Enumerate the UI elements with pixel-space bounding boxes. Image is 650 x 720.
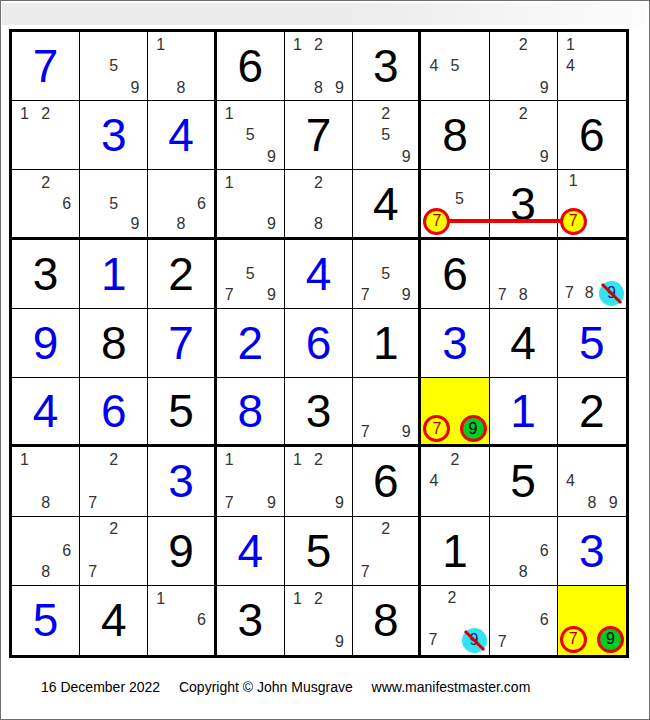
candidate-5[interactable]: 5 — [246, 266, 255, 282]
candidate-9[interactable]: 9 — [267, 216, 276, 232]
candidate-2[interactable]: 2 — [450, 452, 459, 468]
cell-r6c2[interactable]: 6 — [80, 378, 148, 447]
candidate-grid: 27 — [82, 519, 145, 583]
candidate-9[interactable]: 9 — [130, 216, 139, 232]
candidate-1[interactable]: 1 — [225, 106, 234, 122]
cell-r1c3[interactable]: 18 — [148, 32, 216, 101]
cell-r5c8[interactable]: 4 — [490, 309, 558, 378]
candidate-7[interactable]: 7 — [225, 495, 234, 511]
given-digit: 6 — [558, 101, 626, 169]
given-digit: 4 — [80, 586, 147, 655]
solved-digit: 8 — [217, 378, 284, 444]
cell-r4c7[interactable]: 6 — [421, 240, 489, 309]
cell-r5c9[interactable]: 5 — [558, 309, 626, 378]
solved-digit: 1 — [490, 378, 557, 444]
candidate-2[interactable]: 2 — [314, 37, 323, 53]
given-digit: 4 — [490, 309, 557, 377]
cell-r5c5[interactable]: 6 — [285, 309, 353, 378]
cell-r4c2[interactable]: 1 — [80, 240, 148, 309]
cell-r2c8[interactable]: 29 — [490, 101, 558, 170]
candidate-1[interactable]: 1 — [20, 452, 29, 468]
candidate-9[interactable]: 9 — [267, 287, 276, 303]
candidate-8[interactable]: 8 — [519, 287, 528, 303]
cell-r4c9[interactable]: 789 — [558, 240, 626, 309]
candidate-2[interactable]: 2 — [41, 175, 50, 191]
cell-r5c4[interactable]: 2 — [217, 309, 285, 378]
given-digit: 5 — [148, 378, 213, 444]
cell-r2c9[interactable]: 6 — [558, 101, 626, 170]
cell-r5c7[interactable]: 3 — [421, 309, 489, 378]
cell-r1c1[interactable]: 7 — [12, 32, 80, 101]
given-digit: 5 — [490, 447, 557, 515]
cell-r9c3[interactable]: 16 — [148, 586, 216, 655]
cell-r5c6[interactable]: 1 — [353, 309, 421, 378]
cell-r7c2[interactable]: 27 — [80, 447, 148, 516]
solved-digit: 5 — [12, 586, 79, 655]
given-digit: 3 — [285, 378, 352, 444]
sudoku-board: 7591861289345291412341597259829626596819… — [9, 29, 629, 658]
candidate-8[interactable]: 8 — [177, 80, 186, 96]
candidate-8[interactable]: 8 — [177, 216, 186, 232]
candidate-9[interactable]: 9 — [335, 634, 344, 650]
candidate-7[interactable]: 7 — [565, 285, 574, 301]
candidate-8[interactable]: 8 — [41, 495, 50, 511]
candidate-9[interactable]: 9 — [540, 149, 549, 165]
cell-r7c3[interactable]: 3 — [148, 447, 216, 516]
candidate-1[interactable]: 1 — [225, 452, 234, 468]
candidate-5[interactable]: 5 — [109, 58, 118, 74]
footer-website[interactable]: www.manifestmaster.com — [372, 679, 531, 695]
candidate-2[interactable]: 2 — [519, 106, 528, 122]
solved-digit: 4 — [148, 101, 213, 169]
cell-r3c8[interactable]: 3 — [490, 170, 558, 239]
candidate-7[interactable]: 7 — [560, 208, 587, 235]
solved-digit: 6 — [80, 378, 147, 444]
candidate-grid: 27 — [82, 449, 145, 513]
cell-r9c1[interactable]: 5 — [12, 586, 80, 655]
candidate-grid: 17 — [560, 172, 624, 234]
given-digit: 6 — [353, 447, 418, 515]
candidate-4[interactable]: 4 — [566, 473, 575, 489]
candidate-2[interactable]: 2 — [448, 590, 457, 606]
footer-date: 16 December 2022 — [41, 679, 160, 695]
cell-r7c4[interactable]: 179 — [217, 447, 285, 516]
candidate-9[interactable]: 9 — [267, 495, 276, 511]
candidate-grid: 789 — [560, 242, 624, 306]
cell-r3c7[interactable]: 57 — [421, 170, 489, 239]
cell-r3c9[interactable]: 17 — [558, 170, 626, 239]
candidate-1[interactable]: 1 — [566, 37, 575, 53]
given-digit: 3 — [490, 170, 557, 236]
solved-digit: 1 — [80, 240, 147, 308]
candidate-grid: 26 — [14, 172, 77, 234]
candidate-grid: 19 — [219, 172, 282, 234]
candidate-7[interactable]: 7 — [560, 626, 587, 653]
candidate-grid: 78 — [492, 242, 555, 306]
candidate-4[interactable]: 4 — [429, 58, 438, 74]
candidate-grid: 14 — [560, 34, 624, 98]
candidate-grid: 59 — [82, 34, 145, 98]
cell-r9c9[interactable]: 79 — [558, 586, 626, 655]
cell-r2c4[interactable]: 159 — [217, 101, 285, 170]
candidate-grid: 129 — [287, 449, 350, 513]
candidate-2[interactable]: 2 — [109, 452, 118, 468]
cell-r3c5[interactable]: 28 — [285, 170, 353, 239]
candidate-2[interactable]: 2 — [109, 521, 118, 537]
solved-digit: 3 — [421, 309, 488, 377]
cell-r2c3[interactable]: 4 — [148, 101, 216, 170]
cell-r8c6[interactable]: 27 — [353, 517, 421, 586]
candidate-8[interactable]: 8 — [585, 285, 594, 301]
candidate-7[interactable]: 7 — [88, 564, 97, 580]
cell-r4c6[interactable]: 579 — [353, 240, 421, 309]
cell-r4c3[interactable]: 2 — [148, 240, 216, 309]
cell-r9c8[interactable]: 67 — [490, 586, 558, 655]
given-digit: 3 — [12, 240, 79, 308]
candidate-1[interactable]: 1 — [569, 173, 578, 189]
candidate-grid: 16 — [150, 588, 211, 653]
title-bar — [2, 3, 646, 25]
candidate-7[interactable]: 7 — [498, 634, 507, 650]
candidate-7[interactable]: 7 — [423, 208, 450, 235]
candidate-4[interactable]: 4 — [566, 58, 575, 74]
candidate-7[interactable]: 7 — [361, 287, 370, 303]
cell-r1c5[interactable]: 1289 — [285, 32, 353, 101]
candidate-9[interactable]: 9 — [130, 80, 139, 96]
candidate-9[interactable]: 9 — [402, 424, 411, 440]
chain-link-line — [437, 219, 573, 223]
solved-digit: 5 — [558, 309, 626, 377]
candidate-grid: 18 — [150, 34, 211, 98]
candidate-8[interactable]: 8 — [519, 564, 528, 580]
candidate-grid: 489 — [560, 449, 624, 513]
candidate-grid: 45 — [423, 34, 486, 98]
solved-digit: 3 — [148, 447, 213, 515]
candidate-7[interactable]: 7 — [361, 424, 370, 440]
cell-r4c1[interactable]: 3 — [12, 240, 80, 309]
solved-digit: 3 — [80, 101, 147, 169]
cell-r7c1[interactable]: 18 — [12, 447, 80, 516]
candidate-2[interactable]: 2 — [381, 521, 390, 537]
candidate-grid: 12 — [14, 103, 77, 167]
cell-r7c9[interactable]: 489 — [558, 447, 626, 516]
candidate-8[interactable]: 8 — [41, 564, 50, 580]
candidate-9[interactable]: 9 — [402, 287, 411, 303]
cell-r3c6[interactable]: 4 — [353, 170, 421, 239]
cell-r6c6[interactable]: 79 — [353, 378, 421, 447]
candidate-grid: 579 — [219, 242, 282, 306]
candidate-grid: 579 — [355, 242, 416, 306]
candidate-1[interactable]: 1 — [293, 591, 302, 607]
candidate-grid: 179 — [219, 449, 282, 513]
solved-digit: 7 — [12, 32, 79, 100]
candidate-grid: 279 — [423, 588, 486, 653]
given-digit: 2 — [148, 240, 213, 308]
candidate-grid: 129 — [287, 588, 350, 653]
given-digit: 2 — [558, 378, 626, 444]
cell-r1c9[interactable]: 14 — [558, 32, 626, 101]
candidate-9[interactable]: 9 — [540, 80, 549, 96]
cell-r8c7[interactable]: 1 — [421, 517, 489, 586]
candidate-1[interactable]: 1 — [293, 452, 302, 468]
solved-digit: 4 — [217, 517, 284, 585]
solved-digit: 4 — [285, 240, 352, 308]
cell-r7c5[interactable]: 129 — [285, 447, 353, 516]
cell-r7c7[interactable]: 24 — [421, 447, 489, 516]
cell-r6c5[interactable]: 3 — [285, 378, 353, 447]
candidate-2[interactable]: 2 — [314, 452, 323, 468]
cell-r9c2[interactable]: 4 — [80, 586, 148, 655]
solved-digit: 4 — [12, 378, 79, 444]
candidate-9[interactable]: 9 — [460, 415, 487, 442]
candidate-7[interactable]: 7 — [361, 564, 370, 580]
cell-r8c3[interactable]: 9 — [148, 517, 216, 586]
cell-r4c8[interactable]: 78 — [490, 240, 558, 309]
candidate-grid: 59 — [82, 172, 145, 234]
solved-digit: 7 — [148, 309, 213, 377]
cell-r2c5[interactable]: 7 — [285, 101, 353, 170]
candidate-2[interactable]: 2 — [314, 175, 323, 191]
cell-r8c1[interactable]: 68 — [12, 517, 80, 586]
candidate-5[interactable]: 5 — [381, 127, 390, 143]
cell-r4c4[interactable]: 579 — [217, 240, 285, 309]
given-digit: 1 — [353, 309, 418, 377]
candidate-1[interactable]: 1 — [225, 175, 234, 191]
given-digit: 8 — [353, 586, 418, 655]
footer-copyright: Copyright © John Musgrave — [179, 679, 353, 695]
candidate-5[interactable]: 5 — [450, 58, 459, 74]
candidate-grid: 68 — [14, 519, 77, 583]
candidate-grid: 259 — [355, 103, 416, 167]
candidate-grid: 57 — [423, 172, 486, 234]
candidate-2[interactable]: 2 — [314, 591, 323, 607]
candidate-grid: 29 — [492, 34, 555, 98]
candidate-grid: 79 — [423, 380, 486, 442]
solved-digit: 3 — [558, 517, 626, 585]
cell-r7c8[interactable]: 5 — [490, 447, 558, 516]
cell-r1c7[interactable]: 45 — [421, 32, 489, 101]
candidate-6[interactable]: 6 — [197, 196, 206, 212]
candidate-6[interactable]: 6 — [62, 196, 71, 212]
candidate-grid: 29 — [492, 103, 555, 167]
candidate-6[interactable]: 6 — [540, 612, 549, 628]
candidate-9[interactable]: 9 — [462, 628, 487, 653]
given-digit: 5 — [285, 517, 352, 585]
solved-digit: 2 — [217, 309, 284, 377]
candidate-6[interactable]: 6 — [540, 543, 549, 559]
candidate-grid: 159 — [219, 103, 282, 167]
given-digit: 9 — [148, 517, 213, 585]
candidate-9[interactable]: 9 — [335, 80, 344, 96]
candidate-8[interactable]: 8 — [587, 495, 596, 511]
cell-r5c2[interactable]: 8 — [80, 309, 148, 378]
cell-r3c2[interactable]: 59 — [80, 170, 148, 239]
candidate-9[interactable]: 9 — [267, 149, 276, 165]
candidate-9[interactable]: 9 — [599, 281, 624, 306]
candidate-7[interactable]: 7 — [225, 287, 234, 303]
given-digit: 1 — [421, 517, 488, 585]
footer: 16 December 2022 Copyright © John Musgra… — [41, 679, 545, 695]
cell-r1c8[interactable]: 29 — [490, 32, 558, 101]
candidate-grid: 28 — [287, 172, 350, 234]
solved-digit: 6 — [285, 309, 352, 377]
candidate-grid: 68 — [150, 172, 211, 234]
candidate-grid: 24 — [423, 449, 486, 513]
cell-r6c7[interactable]: 79 — [421, 378, 489, 447]
candidate-9[interactable]: 9 — [402, 149, 411, 165]
candidate-2[interactable]: 2 — [519, 37, 528, 53]
given-digit: 7 — [285, 101, 352, 169]
candidate-5[interactable]: 5 — [246, 127, 255, 143]
cell-r9c5[interactable]: 129 — [285, 586, 353, 655]
cell-r6c3[interactable]: 5 — [148, 378, 216, 447]
candidate-9[interactable]: 9 — [597, 626, 624, 653]
cell-r2c2[interactable]: 3 — [80, 101, 148, 170]
cell-r8c5[interactable]: 5 — [285, 517, 353, 586]
given-digit: 6 — [421, 240, 488, 308]
cell-r5c1[interactable]: 9 — [12, 309, 80, 378]
candidate-7[interactable]: 7 — [498, 287, 507, 303]
given-digit: 3 — [217, 586, 284, 655]
cell-r3c3[interactable]: 68 — [148, 170, 216, 239]
cell-r8c4[interactable]: 4 — [217, 517, 285, 586]
cell-r5c3[interactable]: 7 — [148, 309, 216, 378]
cell-r8c2[interactable]: 27 — [80, 517, 148, 586]
candidate-grid: 79 — [355, 380, 416, 442]
cell-r2c1[interactable]: 12 — [12, 101, 80, 170]
solved-digit: 9 — [12, 309, 79, 377]
candidate-grid: 67 — [492, 588, 555, 653]
candidate-7[interactable]: 7 — [428, 632, 437, 648]
given-digit: 8 — [421, 101, 488, 169]
sudoku-grid: 7591861289345291412341597259829626596819… — [12, 32, 626, 655]
cell-r2c6[interactable]: 259 — [353, 101, 421, 170]
cell-r6c4[interactable]: 8 — [217, 378, 285, 447]
cell-r1c4[interactable]: 6 — [217, 32, 285, 101]
candidate-5[interactable]: 5 — [109, 196, 118, 212]
candidate-5[interactable]: 5 — [455, 191, 464, 207]
cell-r3c4[interactable]: 19 — [217, 170, 285, 239]
cell-r1c2[interactable]: 59 — [80, 32, 148, 101]
candidate-grid: 18 — [14, 449, 77, 513]
candidate-7[interactable]: 7 — [88, 495, 97, 511]
cell-r6c8[interactable]: 1 — [490, 378, 558, 447]
cell-r6c1[interactable]: 4 — [12, 378, 80, 447]
candidate-5[interactable]: 5 — [381, 266, 390, 282]
cell-r9c6[interactable]: 8 — [353, 586, 421, 655]
candidate-1[interactable]: 1 — [293, 37, 302, 53]
cell-r4c5[interactable]: 4 — [285, 240, 353, 309]
candidate-2[interactable]: 2 — [381, 106, 390, 122]
candidate-7[interactable]: 7 — [423, 415, 450, 442]
candidate-1[interactable]: 1 — [20, 106, 29, 122]
candidate-grid: 27 — [355, 519, 416, 583]
cell-r9c4[interactable]: 3 — [217, 586, 285, 655]
candidate-2[interactable]: 2 — [41, 106, 50, 122]
candidate-9[interactable]: 9 — [335, 495, 344, 511]
candidate-6[interactable]: 6 — [197, 612, 206, 628]
candidate-grid: 68 — [492, 519, 555, 583]
given-digit: 8 — [80, 309, 147, 377]
cell-r2c7[interactable]: 8 — [421, 101, 489, 170]
cell-r6c9[interactable]: 2 — [558, 378, 626, 447]
cell-r9c7[interactable]: 279 — [421, 586, 489, 655]
cell-r8c8[interactable]: 68 — [490, 517, 558, 586]
candidate-9[interactable]: 9 — [609, 495, 618, 511]
given-digit: 3 — [353, 32, 418, 100]
cell-r7c6[interactable]: 6 — [353, 447, 421, 516]
given-digit: 6 — [217, 32, 284, 100]
cell-r3c1[interactable]: 26 — [12, 170, 80, 239]
candidate-grid: 79 — [560, 588, 624, 653]
cell-r8c9[interactable]: 3 — [558, 517, 626, 586]
candidate-8[interactable]: 8 — [314, 216, 323, 232]
cell-r1c6[interactable]: 3 — [353, 32, 421, 101]
candidate-4[interactable]: 4 — [429, 473, 438, 489]
given-digit: 4 — [353, 170, 418, 236]
candidate-6[interactable]: 6 — [62, 543, 71, 559]
candidate-1[interactable]: 1 — [156, 591, 165, 607]
candidate-1[interactable]: 1 — [156, 37, 165, 53]
page: 7591861289345291412341597259829626596819… — [0, 0, 650, 720]
candidate-8[interactable]: 8 — [314, 80, 323, 96]
candidate-grid: 1289 — [287, 34, 350, 98]
